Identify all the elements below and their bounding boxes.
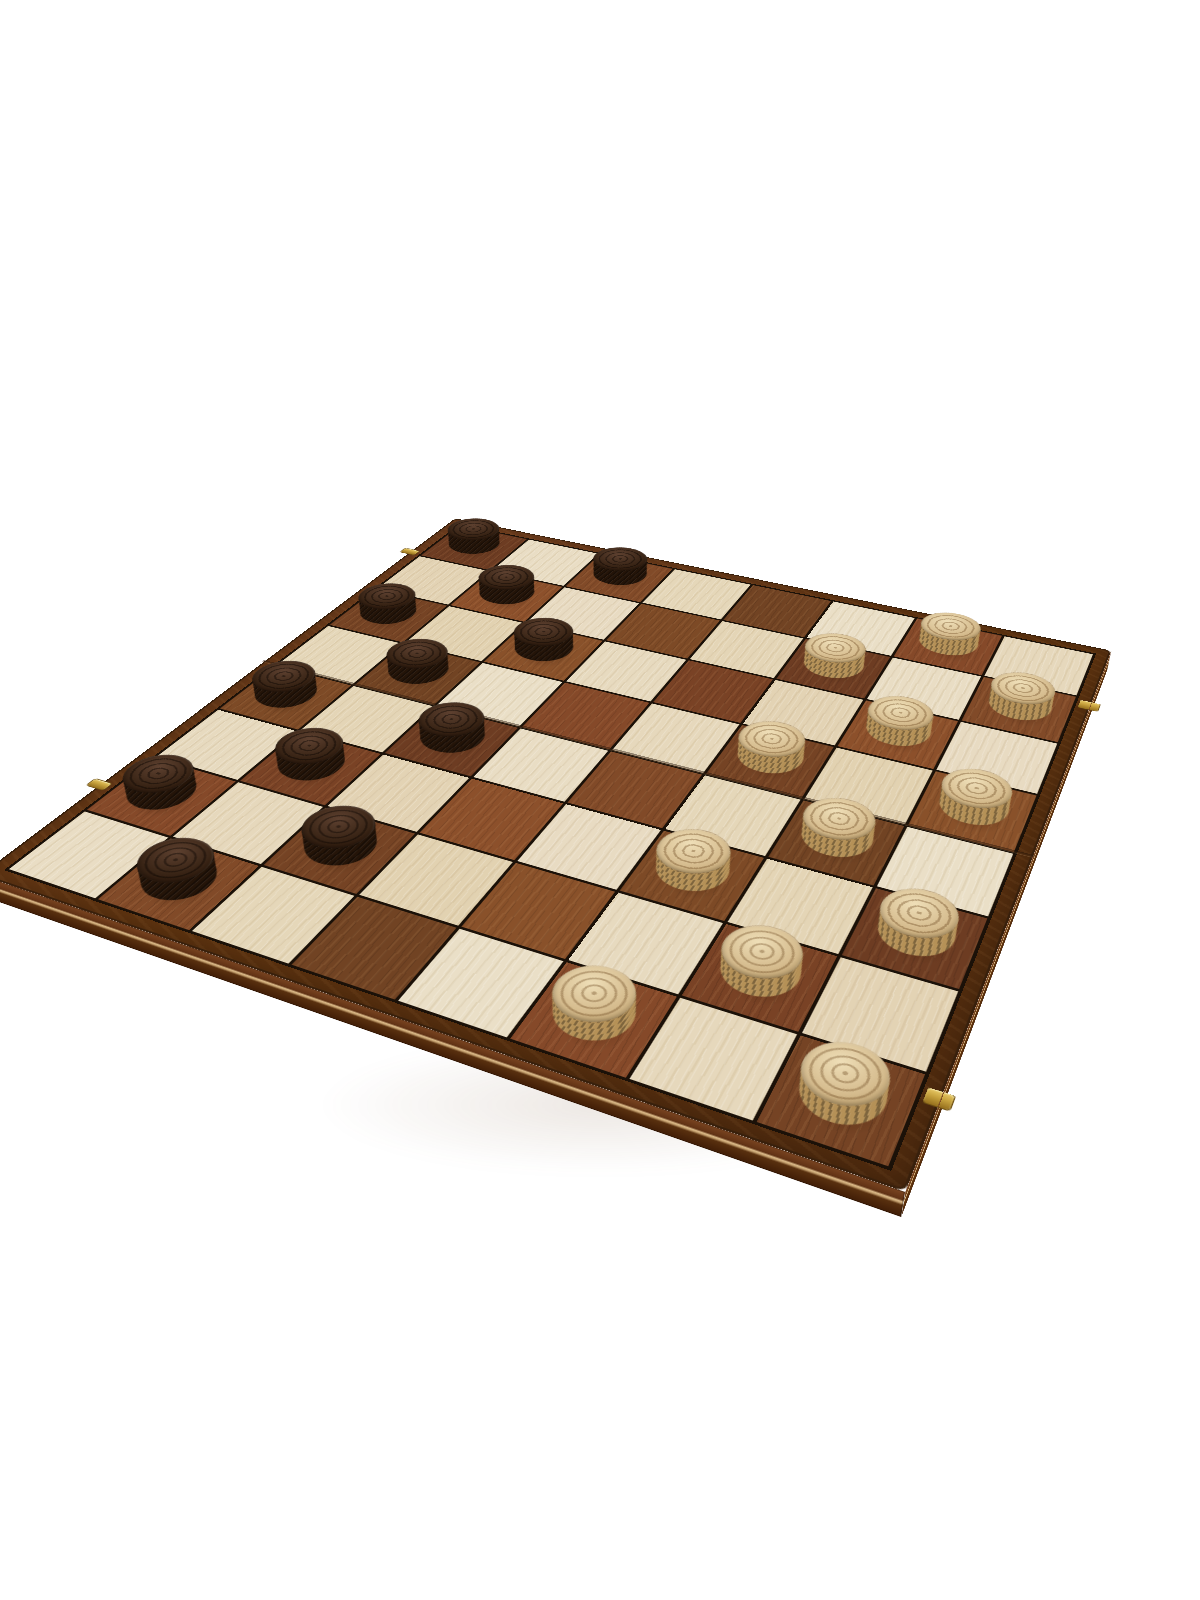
checkers-board xyxy=(0,518,1111,1192)
brass-clasp-upper-left-2 xyxy=(87,779,112,790)
square-r8c8[interactable] xyxy=(756,1035,925,1166)
square-r3c7[interactable] xyxy=(837,700,958,769)
brass-hinge-lower-right-2 xyxy=(923,1087,955,1110)
brass-clasp-upper-left-1 xyxy=(400,548,419,555)
product-photo-scene xyxy=(0,0,1200,1600)
